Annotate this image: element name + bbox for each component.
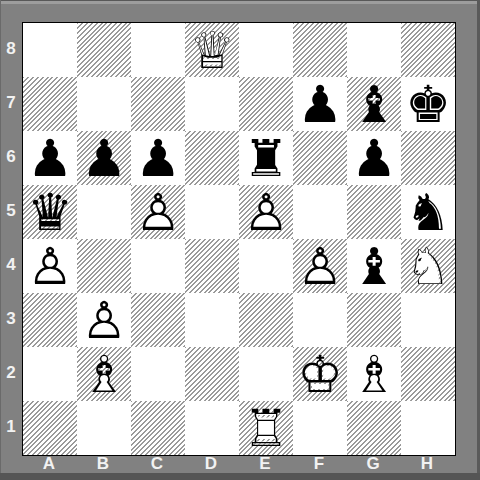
square-d4[interactable] [185,239,239,293]
square-h5[interactable]: ♞ [401,185,455,239]
square-d6[interactable] [185,131,239,185]
file-label-B: B [76,455,130,473]
square-f2[interactable]: ♚♔ [293,347,347,401]
piece-fill-layer: ♞ [401,239,455,293]
piece-black-king-h7[interactable]: ♚ [401,77,455,131]
square-e7[interactable] [239,77,293,131]
square-f1[interactable] [293,401,347,455]
square-f5[interactable] [293,185,347,239]
piece-black-knight-h5[interactable]: ♞ [401,185,455,239]
rank-label-5: 5 [0,184,22,238]
square-a3[interactable] [23,293,77,347]
square-h8[interactable] [401,23,455,77]
piece-fill-layer: ♛ [185,23,239,77]
square-g5[interactable] [347,185,401,239]
frame-bevel-bottom-shadow [0,473,480,480]
piece-white-queen-d8[interactable]: ♕ [185,23,239,77]
square-e8[interactable] [239,23,293,77]
square-d3[interactable] [185,293,239,347]
square-e4[interactable] [239,239,293,293]
square-a2[interactable] [23,347,77,401]
file-label-E: E [238,455,292,473]
square-b6[interactable]: ♟ [77,131,131,185]
square-c8[interactable] [131,23,185,77]
file-coordinates: ABCDEFGH [22,455,454,473]
piece-black-pawn-g6[interactable]: ♟ [347,131,401,185]
square-f3[interactable] [293,293,347,347]
piece-fill-layer: ♝ [347,347,401,401]
square-b7[interactable] [77,77,131,131]
square-c3[interactable] [131,293,185,347]
rank-label-7: 7 [0,76,22,130]
file-label-A: A [22,455,76,473]
file-label-C: C [130,455,184,473]
square-h7[interactable]: ♚ [401,77,455,131]
square-g3[interactable] [347,293,401,347]
piece-black-rook-e6[interactable]: ♜ [239,131,293,185]
square-h3[interactable] [401,293,455,347]
piece-fill-layer: ♟ [77,293,131,347]
square-g4[interactable]: ♝ [347,239,401,293]
rank-label-4: 4 [0,238,22,292]
square-a6[interactable]: ♟ [23,131,77,185]
square-c1[interactable] [131,401,185,455]
square-e6[interactable]: ♜ [239,131,293,185]
square-d5[interactable] [185,185,239,239]
square-g2[interactable]: ♝♗ [347,347,401,401]
file-label-G: G [346,455,400,473]
piece-black-pawn-a6[interactable]: ♟ [23,131,77,185]
rank-label-3: 3 [0,292,22,346]
piece-black-bishop-g7[interactable]: ♝ [347,77,401,131]
square-f7[interactable]: ♟ [293,77,347,131]
chess-board: ♛♕♟♝♚♟♟♟♜♟♛♟♙♟♙♞♟♙♟♙♝♞♘♟♙♝♗♚♔♝♗♜♖ [22,22,456,456]
square-c5[interactable]: ♟♙ [131,185,185,239]
square-e2[interactable] [239,347,293,401]
square-g7[interactable]: ♝ [347,77,401,131]
file-label-H: H [400,455,454,473]
square-a4[interactable]: ♟♙ [23,239,77,293]
piece-white-pawn-f4[interactable]: ♙ [293,239,347,293]
square-b4[interactable] [77,239,131,293]
piece-white-king-f2[interactable]: ♔ [293,347,347,401]
square-c2[interactable] [131,347,185,401]
chess-diagram-window: 87654321 ♛♕♟♝♚♟♟♟♜♟♛♟♙♟♙♞♟♙♟♙♝♞♘♟♙♝♗♚♔♝♗… [0,0,480,480]
rank-coordinates: 87654321 [0,22,22,454]
piece-black-bishop-g4[interactable]: ♝ [347,239,401,293]
square-b3[interactable]: ♟♙ [77,293,131,347]
square-b2[interactable]: ♝♗ [77,347,131,401]
rank-label-2: 2 [0,346,22,400]
piece-fill-layer: ♟ [293,239,347,293]
piece-white-pawn-b3[interactable]: ♙ [77,293,131,347]
piece-fill-layer: ♝ [77,347,131,401]
square-e1[interactable]: ♜♖ [239,401,293,455]
file-label-F: F [292,455,346,473]
square-f4[interactable]: ♟♙ [293,239,347,293]
square-g1[interactable] [347,401,401,455]
piece-white-bishop-g2[interactable]: ♗ [347,347,401,401]
square-g6[interactable]: ♟ [347,131,401,185]
piece-white-rook-e1[interactable]: ♖ [239,401,293,455]
piece-white-knight-h4[interactable]: ♘ [401,239,455,293]
piece-fill-layer: ♟ [131,185,185,239]
piece-black-pawn-c6[interactable]: ♟ [131,131,185,185]
square-f8[interactable] [293,23,347,77]
rank-label-8: 8 [0,22,22,76]
piece-black-queen-a5[interactable]: ♛ [23,185,77,239]
piece-white-bishop-b2[interactable]: ♗ [77,347,131,401]
square-d7[interactable] [185,77,239,131]
square-b8[interactable] [77,23,131,77]
rank-label-6: 6 [0,130,22,184]
square-e3[interactable] [239,293,293,347]
square-d1[interactable] [185,401,239,455]
square-c7[interactable] [131,77,185,131]
square-h6[interactable] [401,131,455,185]
rank-label-1: 1 [0,400,22,454]
square-a7[interactable] [23,77,77,131]
piece-white-pawn-c5[interactable]: ♙ [131,185,185,239]
square-c4[interactable] [131,239,185,293]
square-h4[interactable]: ♞♘ [401,239,455,293]
square-h2[interactable] [401,347,455,401]
piece-black-pawn-b6[interactable]: ♟ [77,131,131,185]
frame-bevel-top-highlight [0,1,480,4]
piece-fill-layer: ♟ [239,185,293,239]
piece-fill-layer: ♟ [23,239,77,293]
square-b1[interactable] [77,401,131,455]
square-h1[interactable] [401,401,455,455]
square-f6[interactable] [293,131,347,185]
piece-fill-layer: ♚ [293,347,347,401]
piece-black-pawn-f7[interactable]: ♟ [293,77,347,131]
square-d8[interactable]: ♛♕ [185,23,239,77]
square-e5[interactable]: ♟♙ [239,185,293,239]
square-a1[interactable] [23,401,77,455]
piece-white-pawn-e5[interactable]: ♙ [239,185,293,239]
square-c6[interactable]: ♟ [131,131,185,185]
square-g8[interactable] [347,23,401,77]
square-a8[interactable] [23,23,77,77]
file-label-D: D [184,455,238,473]
square-d2[interactable] [185,347,239,401]
piece-fill-layer: ♜ [239,401,293,455]
piece-white-pawn-a4[interactable]: ♙ [23,239,77,293]
square-b5[interactable] [77,185,131,239]
square-a5[interactable]: ♛ [23,185,77,239]
